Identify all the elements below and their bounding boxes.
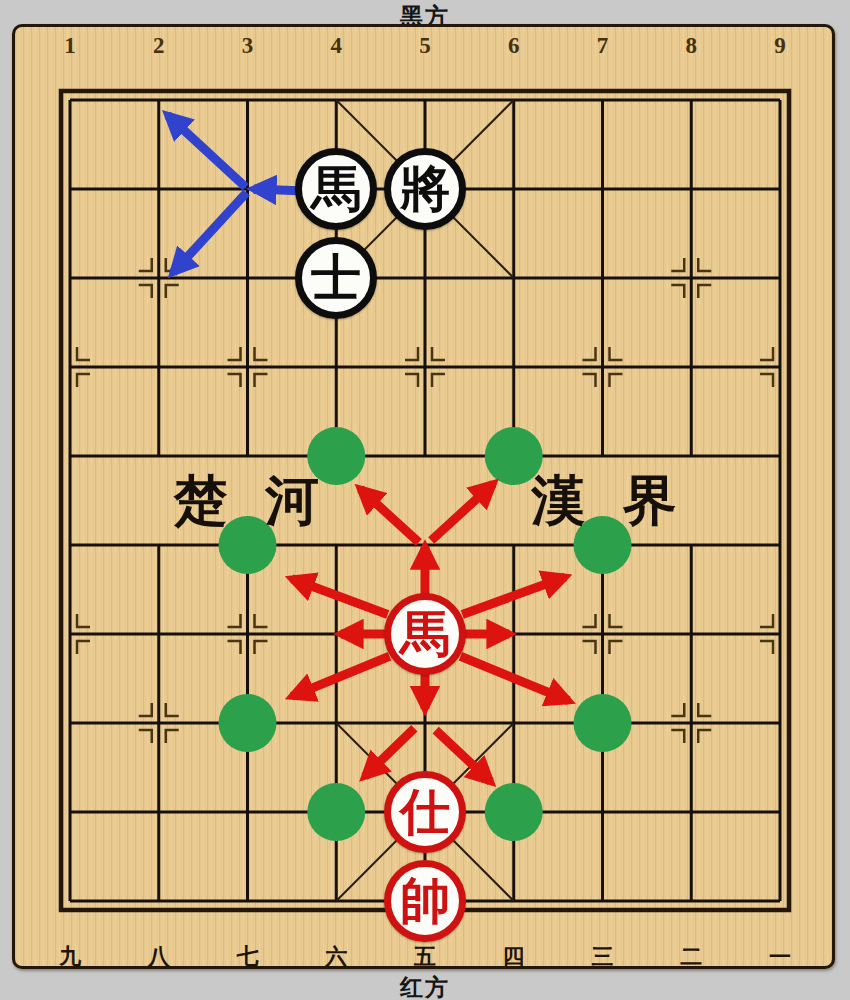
xiangqi-diagram: 黑方 123456789九八七六五四三二一楚河漢界 馬將士馬仕帥 红方 [0, 0, 850, 1000]
file-label-bottom: 六 [325, 942, 347, 972]
file-label-top: 2 [153, 33, 165, 59]
red-side-label: 红方 [0, 972, 850, 1000]
file-label-top: 1 [64, 33, 76, 59]
river-text: 楚 [173, 474, 227, 528]
river-text: 界 [623, 474, 677, 528]
piece-red-advisor[interactable]: 仕 [384, 771, 466, 853]
file-label-top: 9 [774, 33, 786, 59]
file-label-bottom: 七 [237, 942, 259, 972]
piece-red-general[interactable]: 帥 [384, 860, 466, 942]
file-label-top: 5 [419, 33, 431, 59]
file-label-top: 3 [242, 33, 254, 59]
file-label-bottom: 二 [680, 942, 702, 972]
piece-red-horse[interactable]: 馬 [384, 593, 466, 675]
file-label-top: 8 [686, 33, 698, 59]
file-label-bottom: 四 [503, 942, 525, 972]
file-label-top: 6 [508, 33, 520, 59]
river-text: 漢 [531, 474, 585, 528]
piece-black-general[interactable]: 將 [384, 148, 466, 230]
file-label-bottom: 九 [59, 942, 81, 972]
file-label-top: 4 [331, 33, 343, 59]
file-label-bottom: 八 [148, 942, 170, 972]
file-label-bottom: 三 [592, 942, 614, 972]
file-label-bottom: 五 [414, 942, 436, 972]
river-text: 河 [265, 474, 319, 528]
piece-black-horse[interactable]: 馬 [295, 148, 377, 230]
piece-black-advisor[interactable]: 士 [295, 237, 377, 319]
file-label-bottom: 一 [769, 942, 791, 972]
file-label-top: 7 [597, 33, 609, 59]
